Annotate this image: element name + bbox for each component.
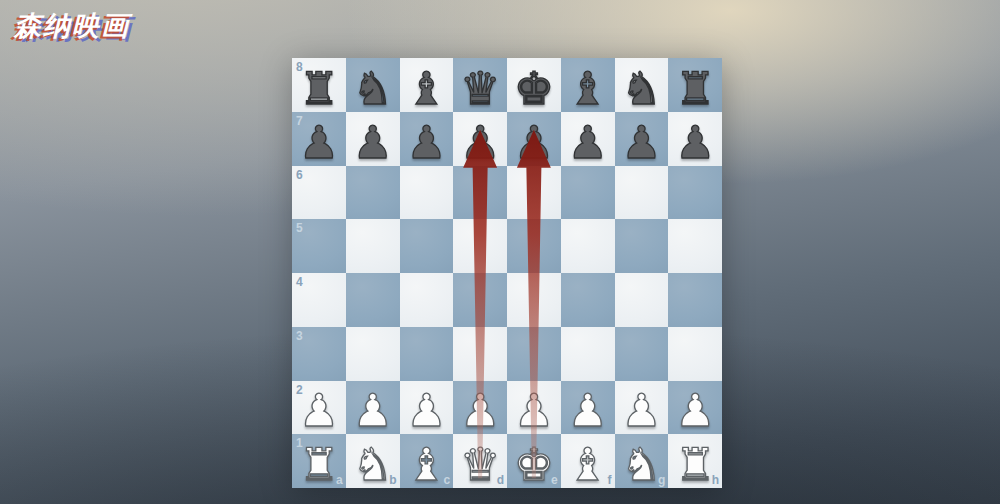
file-label-f: f	[608, 474, 612, 486]
square-e7[interactable]: ♟	[507, 112, 561, 166]
square-f8[interactable]: ♝	[561, 58, 615, 112]
square-d4[interactable]	[453, 273, 507, 327]
piece-black-pawn[interactable]: ♟	[514, 120, 554, 165]
square-h7[interactable]: ♟	[668, 112, 722, 166]
piece-white-knight[interactable]: ♞	[621, 442, 661, 487]
rank-label-3: 3	[296, 330, 303, 342]
square-b6[interactable]	[346, 166, 400, 220]
chess-board: 8♜♞♝♛♚♝♞♜7♟♟♟♟♟♟♟♟65432♟♟♟♟♟♟♟♟1a♜b♞c♝d♛…	[292, 58, 722, 488]
piece-black-pawn[interactable]: ♟	[406, 120, 446, 165]
square-h4[interactable]	[668, 273, 722, 327]
square-a5[interactable]: 5	[292, 219, 346, 273]
piece-white-pawn[interactable]: ♟	[460, 388, 500, 433]
square-e1[interactable]: e♚	[507, 434, 561, 488]
piece-black-king[interactable]: ♚	[514, 66, 554, 111]
piece-black-pawn[interactable]: ♟	[352, 120, 392, 165]
square-c6[interactable]	[400, 166, 454, 220]
square-f5[interactable]	[561, 219, 615, 273]
square-d5[interactable]	[453, 219, 507, 273]
piece-white-bishop[interactable]: ♝	[406, 442, 446, 487]
rank-label-5: 5	[296, 222, 303, 234]
square-d1[interactable]: d♛	[453, 434, 507, 488]
square-e8[interactable]: ♚	[507, 58, 561, 112]
piece-black-pawn[interactable]: ♟	[460, 120, 500, 165]
square-h5[interactable]	[668, 219, 722, 273]
square-c5[interactable]	[400, 219, 454, 273]
square-a2[interactable]: 2♟	[292, 381, 346, 435]
square-c2[interactable]: ♟	[400, 381, 454, 435]
piece-white-king[interactable]: ♚	[514, 442, 554, 487]
square-f3[interactable]	[561, 327, 615, 381]
square-g7[interactable]: ♟	[615, 112, 669, 166]
piece-white-rook[interactable]: ♜	[299, 442, 339, 487]
square-b4[interactable]	[346, 273, 400, 327]
square-d3[interactable]	[453, 327, 507, 381]
square-g1[interactable]: g♞	[615, 434, 669, 488]
piece-white-queen[interactable]: ♛	[460, 442, 500, 487]
square-g6[interactable]	[615, 166, 669, 220]
square-e6[interactable]	[507, 166, 561, 220]
piece-white-pawn[interactable]: ♟	[621, 388, 661, 433]
square-e3[interactable]	[507, 327, 561, 381]
square-c8[interactable]: ♝	[400, 58, 454, 112]
square-a1[interactable]: 1a♜	[292, 434, 346, 488]
square-h6[interactable]	[668, 166, 722, 220]
piece-black-bishop[interactable]: ♝	[567, 66, 607, 111]
square-b7[interactable]: ♟	[346, 112, 400, 166]
rank-label-6: 6	[296, 169, 303, 181]
square-f6[interactable]	[561, 166, 615, 220]
square-d7[interactable]: ♟	[453, 112, 507, 166]
square-c1[interactable]: c♝	[400, 434, 454, 488]
square-h2[interactable]: ♟	[668, 381, 722, 435]
square-c4[interactable]	[400, 273, 454, 327]
piece-white-pawn[interactable]: ♟	[299, 388, 339, 433]
piece-black-queen[interactable]: ♛	[460, 66, 500, 111]
piece-black-knight[interactable]: ♞	[621, 66, 661, 111]
piece-white-pawn[interactable]: ♟	[352, 388, 392, 433]
square-e4[interactable]	[507, 273, 561, 327]
square-f2[interactable]: ♟	[561, 381, 615, 435]
piece-black-pawn[interactable]: ♟	[675, 120, 715, 165]
piece-white-pawn[interactable]: ♟	[406, 388, 446, 433]
square-b5[interactable]	[346, 219, 400, 273]
square-e5[interactable]	[507, 219, 561, 273]
square-f7[interactable]: ♟	[561, 112, 615, 166]
piece-black-pawn[interactable]: ♟	[299, 120, 339, 165]
square-d2[interactable]: ♟	[453, 381, 507, 435]
square-g4[interactable]	[615, 273, 669, 327]
square-a7[interactable]: 7♟	[292, 112, 346, 166]
piece-white-bishop[interactable]: ♝	[567, 442, 607, 487]
piece-white-knight[interactable]: ♞	[352, 442, 392, 487]
piece-white-pawn[interactable]: ♟	[567, 388, 607, 433]
square-a3[interactable]: 3	[292, 327, 346, 381]
square-g2[interactable]: ♟	[615, 381, 669, 435]
square-c3[interactable]	[400, 327, 454, 381]
piece-black-bishop[interactable]: ♝	[406, 66, 446, 111]
piece-white-rook[interactable]: ♜	[675, 442, 715, 487]
square-f1[interactable]: f♝	[561, 434, 615, 488]
square-b8[interactable]: ♞	[346, 58, 400, 112]
square-a4[interactable]: 4	[292, 273, 346, 327]
piece-white-pawn[interactable]: ♟	[675, 388, 715, 433]
square-d8[interactable]: ♛	[453, 58, 507, 112]
square-b3[interactable]	[346, 327, 400, 381]
piece-white-pawn[interactable]: ♟	[514, 388, 554, 433]
square-g5[interactable]	[615, 219, 669, 273]
square-d6[interactable]	[453, 166, 507, 220]
square-h3[interactable]	[668, 327, 722, 381]
piece-black-pawn[interactable]: ♟	[621, 120, 661, 165]
square-h1[interactable]: h♜	[668, 434, 722, 488]
square-g8[interactable]: ♞	[615, 58, 669, 112]
square-g3[interactable]	[615, 327, 669, 381]
piece-black-pawn[interactable]: ♟	[567, 120, 607, 165]
piece-black-rook[interactable]: ♜	[299, 66, 339, 111]
square-c7[interactable]: ♟	[400, 112, 454, 166]
watermark: 森纳映画	[14, 8, 130, 44]
square-h8[interactable]: ♜	[668, 58, 722, 112]
piece-black-rook[interactable]: ♜	[675, 66, 715, 111]
piece-black-knight[interactable]: ♞	[352, 66, 392, 111]
square-b1[interactable]: b♞	[346, 434, 400, 488]
screen: 森纳映画 8♜♞♝♛♚♝♞♜7♟♟♟♟♟♟♟♟65432♟♟♟♟♟♟♟♟1a♜b…	[0, 0, 1000, 504]
square-f4[interactable]	[561, 273, 615, 327]
square-e2[interactable]: ♟	[507, 381, 561, 435]
square-a8[interactable]: 8♜	[292, 58, 346, 112]
square-b2[interactable]: ♟	[346, 381, 400, 435]
square-a6[interactable]: 6	[292, 166, 346, 220]
rank-label-4: 4	[296, 276, 303, 288]
